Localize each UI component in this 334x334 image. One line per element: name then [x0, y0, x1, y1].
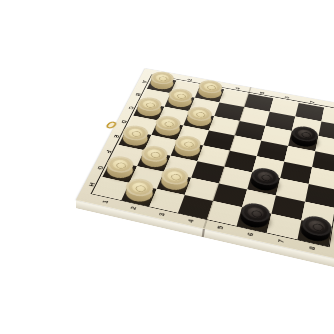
folding-checkers-board: 1122334455667788AABBCCDDEEFFGGHH	[76, 68, 334, 260]
fold-split-line	[202, 229, 205, 238]
